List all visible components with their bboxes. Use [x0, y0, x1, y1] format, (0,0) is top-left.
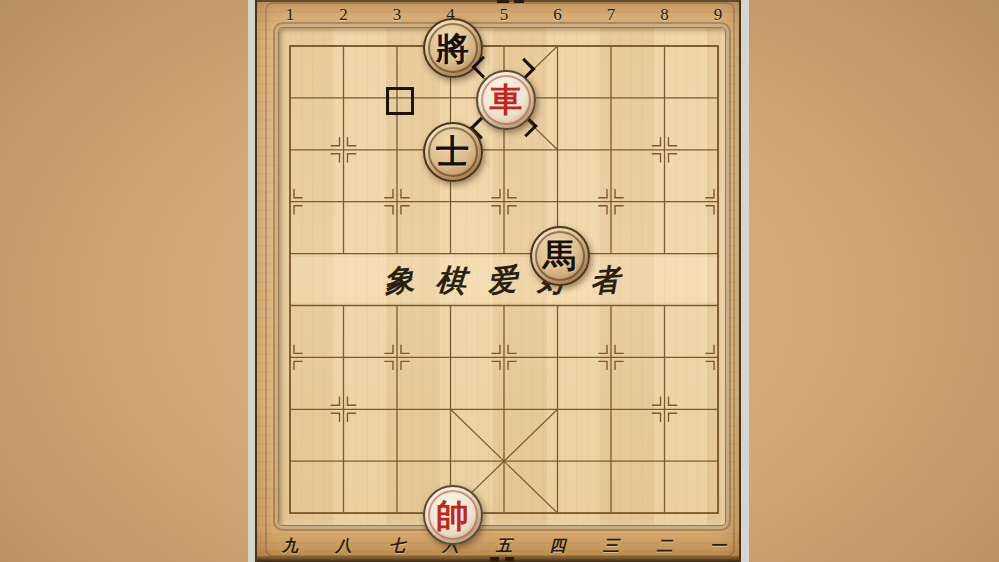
file-label-bottom-8: 二: [657, 536, 673, 557]
piece-character: 車: [490, 83, 523, 116]
river-watermark-char: 者: [589, 260, 622, 303]
piece-character: 馬: [543, 239, 576, 272]
river-watermark-char: 棋: [434, 260, 467, 303]
screenshot-root: 123456789 九八七六五四三二一 象棋爱好者 將車士馬帥: [0, 0, 999, 562]
clipped-ui-fragment-top: [497, 0, 509, 3]
last-move-origin-marker: [386, 87, 414, 115]
file-label-top-2: 2: [339, 5, 348, 25]
file-label-bottom-5: 五: [496, 536, 512, 557]
file-label-bottom-1: 九: [282, 536, 298, 557]
river-watermark-char: 爱: [485, 259, 518, 302]
piece-black-advisor[interactable]: 士: [423, 122, 483, 182]
file-label-bottom-7: 三: [603, 536, 619, 557]
piece-character: 帥: [436, 499, 469, 532]
file-label-top-9: 9: [714, 5, 723, 25]
river-watermark-char: 象: [382, 259, 416, 303]
piece-black-general[interactable]: 將: [423, 18, 483, 78]
piece-character: 將: [436, 32, 469, 65]
file-label-top-3: 3: [393, 5, 402, 25]
file-label-bottom-9: 一: [710, 536, 726, 557]
clipped-ui-fragment-top: [514, 0, 524, 3]
xiangqi-board[interactable]: 123456789 九八七六五四三二一 象棋爱好者 將車士馬帥: [255, 0, 741, 562]
file-label-bottom-3: 七: [389, 536, 405, 557]
file-label-top-8: 8: [660, 5, 669, 25]
piece-red-chariot[interactable]: 車: [476, 70, 536, 130]
file-label-top-6: 6: [553, 5, 562, 25]
window-edge-right: [741, 0, 749, 562]
piece-black-horse[interactable]: 馬: [530, 226, 590, 286]
file-label-top-5: 5: [500, 5, 509, 25]
file-label-top-7: 7: [607, 5, 616, 25]
clipped-ui-fragment-bottom: [505, 557, 514, 561]
piece-character: 士: [436, 135, 469, 168]
file-label-top-1: 1: [286, 5, 295, 25]
file-label-bottom-6: 四: [550, 536, 566, 557]
piece-red-general[interactable]: 帥: [423, 485, 483, 545]
clipped-ui-fragment-bottom: [490, 557, 499, 561]
file-label-bottom-2: 八: [336, 536, 352, 557]
